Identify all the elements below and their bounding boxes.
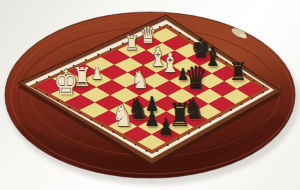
piece-white-knight-d4[interactable]: ♞ [131, 68, 148, 92]
border-dot [146, 150, 148, 152]
piece-white-king-b1[interactable]: ♚ [54, 66, 78, 100]
border-dot [209, 121, 211, 123]
piece-black-pawn-g2[interactable]: ♟ [144, 109, 159, 130]
piece-black-rook-g8[interactable]: ♜ [229, 61, 247, 86]
border-dot [85, 59, 87, 61]
border-dot [68, 106, 70, 108]
border-dot [220, 115, 222, 117]
piece-black-pawn-h2[interactable]: ♟ [158, 116, 174, 138]
border-dot [253, 80, 255, 82]
border-dot [46, 94, 48, 96]
border-dot [90, 119, 92, 121]
piece-black-queen-f6[interactable]: ♛ [185, 62, 207, 93]
border-dot [188, 38, 190, 40]
border-dot [179, 32, 181, 34]
border-dot [241, 103, 243, 105]
border-dot [156, 150, 158, 152]
border-dot [135, 144, 137, 146]
border-dot [230, 109, 232, 111]
border-dot [262, 92, 264, 94]
tabletop-scene: ♚♝♜♛♜♝♝♟♛♞♞♟♟♜♜♞♟♟♚♞ [0, 0, 300, 190]
piece-white-rook-a6[interactable]: ♜ [125, 33, 139, 53]
border-dot [263, 86, 265, 88]
border-dot [225, 62, 227, 64]
border-dot [110, 48, 112, 50]
border-dot [36, 81, 38, 83]
border-dot [159, 26, 161, 28]
piece-white-knight-f1[interactable]: ♞ [112, 101, 133, 131]
border-dot [48, 76, 50, 78]
border-dot [97, 54, 99, 56]
piece-white-pawn-b3[interactable]: ♟ [91, 66, 103, 82]
border-dot [124, 137, 126, 139]
border-dot [251, 97, 253, 99]
border-dot [79, 112, 81, 114]
border-dot [178, 138, 180, 140]
border-dot [199, 127, 201, 129]
border-dot [167, 144, 169, 146]
border-dot [122, 43, 124, 45]
border-dot [101, 125, 103, 127]
border-dot [170, 26, 172, 28]
border-dot [35, 87, 37, 89]
